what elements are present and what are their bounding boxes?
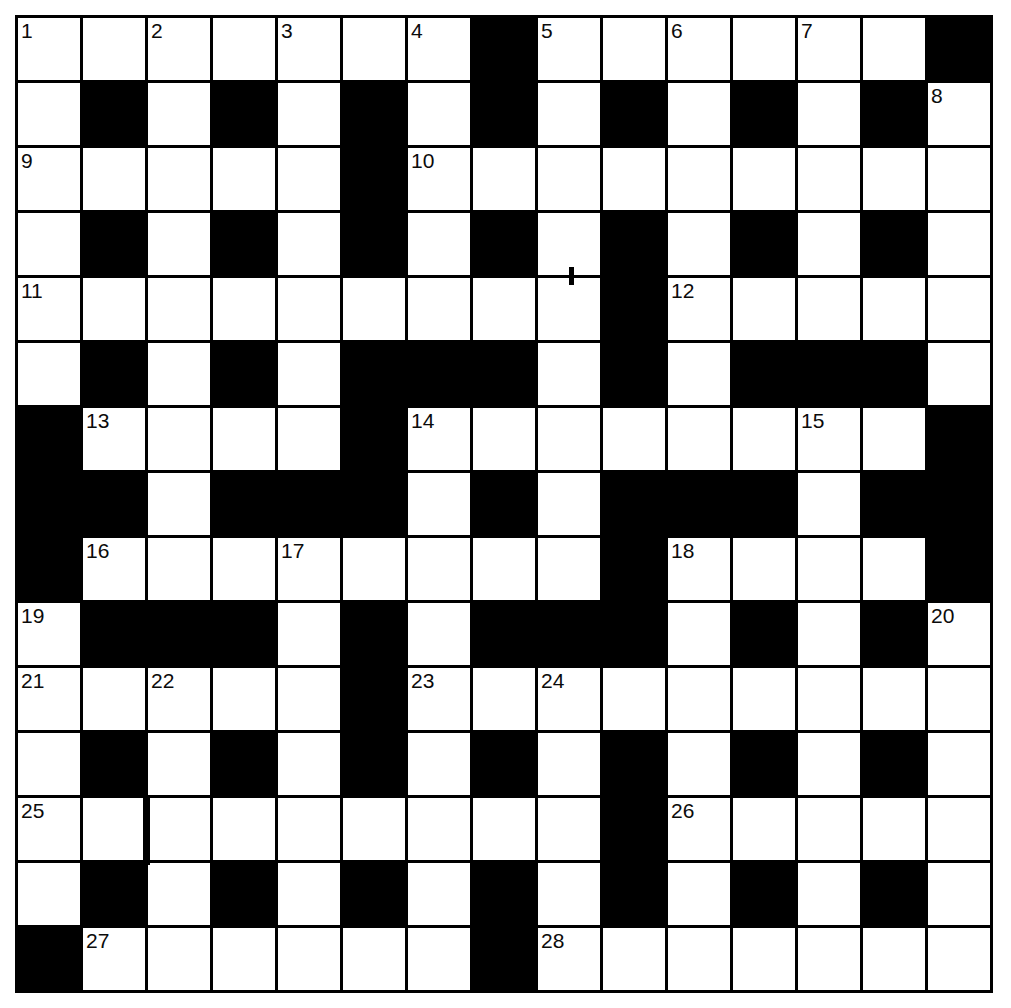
- cell-r13c9[interactable]: [538, 798, 600, 860]
- cell-r14c12: [733, 863, 795, 925]
- cell-r3c8[interactable]: [473, 148, 535, 210]
- cell-r4c7[interactable]: [408, 213, 470, 275]
- cell-r15c15[interactable]: [928, 928, 990, 990]
- cell-r15c2[interactable]: 27: [83, 928, 145, 990]
- cell-r9c10: [603, 538, 665, 600]
- cell-r7c8[interactable]: [473, 408, 535, 470]
- cell-r6c5[interactable]: [278, 343, 340, 405]
- cell-r13c3[interactable]: [148, 798, 210, 860]
- cell-r5c11[interactable]: 12: [668, 278, 730, 340]
- cell-r3c15[interactable]: [928, 148, 990, 210]
- cell-r10c11[interactable]: [668, 603, 730, 665]
- clue-number-15: 15: [798, 408, 860, 431]
- cell-r14c4: [213, 863, 275, 925]
- cell-r4c12: [733, 213, 795, 275]
- cell-r7c12[interactable]: [733, 408, 795, 470]
- cell-r9c1: [18, 538, 80, 600]
- cell-r11c15[interactable]: [928, 668, 990, 730]
- cell-r12c13[interactable]: [798, 733, 860, 795]
- cell-r8c4: [213, 473, 275, 535]
- cell-r10c12: [733, 603, 795, 665]
- cell-r1c15: [928, 18, 990, 80]
- cell-r10c8: [473, 603, 535, 665]
- cell-r14c3[interactable]: [148, 863, 210, 925]
- cell-r8c12: [733, 473, 795, 535]
- cell-r5c2[interactable]: [83, 278, 145, 340]
- cell-r5c12[interactable]: [733, 278, 795, 340]
- cell-r13c1[interactable]: 25: [18, 798, 80, 860]
- cell-r4c10: [603, 213, 665, 275]
- cell-r2c7[interactable]: [408, 83, 470, 145]
- thick-border-mark: [143, 796, 150, 865]
- cell-r1c13[interactable]: 7: [798, 18, 860, 80]
- clue-number-1: 1: [18, 18, 80, 41]
- cell-r5c10: [603, 278, 665, 340]
- cell-r9c8[interactable]: [473, 538, 535, 600]
- cell-r10c10: [603, 603, 665, 665]
- cell-r15c9[interactable]: 28: [538, 928, 600, 990]
- cell-r8c14: [863, 473, 925, 535]
- cell-r10c2: [83, 603, 145, 665]
- cell-r6c4: [213, 343, 275, 405]
- cell-r8c9[interactable]: [538, 473, 600, 535]
- cell-r12c3[interactable]: [148, 733, 210, 795]
- clue-number-24: 24: [538, 668, 600, 691]
- cell-r3c4[interactable]: [213, 148, 275, 210]
- cell-r1c2[interactable]: [83, 18, 145, 80]
- clue-number-3: 3: [278, 18, 340, 41]
- cell-r6c3[interactable]: [148, 343, 210, 405]
- cell-r4c6: [343, 213, 405, 275]
- clue-number-26: 26: [668, 798, 730, 821]
- cell-r9c3[interactable]: [148, 538, 210, 600]
- cell-r12c11[interactable]: [668, 733, 730, 795]
- cell-r1c1[interactable]: 1: [18, 18, 80, 80]
- cell-r14c7[interactable]: [408, 863, 470, 925]
- cell-r1c9[interactable]: 5: [538, 18, 600, 80]
- cell-r9c13[interactable]: [798, 538, 860, 600]
- cell-r13c11[interactable]: 26: [668, 798, 730, 860]
- cell-r2c12: [733, 83, 795, 145]
- cell-r11c5[interactable]: [278, 668, 340, 730]
- cell-r11c14[interactable]: [863, 668, 925, 730]
- cell-r6c13: [798, 343, 860, 405]
- cell-r10c3: [148, 603, 210, 665]
- cell-r8c3[interactable]: [148, 473, 210, 535]
- cell-r8c5: [278, 473, 340, 535]
- cell-r2c5[interactable]: [278, 83, 340, 145]
- cell-r10c7[interactable]: [408, 603, 470, 665]
- cell-r14c13[interactable]: [798, 863, 860, 925]
- clue-number-11: 11: [18, 278, 80, 301]
- cell-r8c13[interactable]: [798, 473, 860, 535]
- cell-r5c1[interactable]: 11: [18, 278, 80, 340]
- cell-r2c13[interactable]: [798, 83, 860, 145]
- cell-r2c11[interactable]: [668, 83, 730, 145]
- cell-r8c1: [18, 473, 80, 535]
- cell-r4c3[interactable]: [148, 213, 210, 275]
- cell-r3c13[interactable]: [798, 148, 860, 210]
- cell-r11c9[interactable]: 24: [538, 668, 600, 730]
- cell-r12c15[interactable]: [928, 733, 990, 795]
- cell-r13c2[interactable]: [83, 798, 145, 860]
- cell-r4c4: [213, 213, 275, 275]
- cell-r13c13[interactable]: [798, 798, 860, 860]
- cell-r6c15[interactable]: [928, 343, 990, 405]
- clue-number-17: 17: [278, 538, 340, 561]
- cell-r13c12[interactable]: [733, 798, 795, 860]
- clue-number-19: 19: [18, 603, 80, 626]
- clue-number-5: 5: [538, 18, 600, 41]
- cell-r13c4[interactable]: [213, 798, 275, 860]
- cell-r6c8: [473, 343, 535, 405]
- cell-r15c11[interactable]: [668, 928, 730, 990]
- cell-r10c15[interactable]: 20: [928, 603, 990, 665]
- cell-r14c5[interactable]: [278, 863, 340, 925]
- cell-r1c3[interactable]: 2: [148, 18, 210, 80]
- cell-r2c10: [603, 83, 665, 145]
- cell-r12c7[interactable]: [408, 733, 470, 795]
- cell-r7c10[interactable]: [603, 408, 665, 470]
- cell-r5c14[interactable]: [863, 278, 925, 340]
- cell-r12c10: [603, 733, 665, 795]
- cell-r3c10[interactable]: [603, 148, 665, 210]
- clue-number-9: 9: [18, 148, 80, 171]
- cell-r5c7[interactable]: [408, 278, 470, 340]
- cell-r5c15[interactable]: [928, 278, 990, 340]
- cell-r4c15[interactable]: [928, 213, 990, 275]
- cell-r14c8: [473, 863, 535, 925]
- cell-r13c15[interactable]: [928, 798, 990, 860]
- cell-r12c2: [83, 733, 145, 795]
- cell-r5c6[interactable]: [343, 278, 405, 340]
- cell-r11c7[interactable]: 23: [408, 668, 470, 730]
- cell-r8c11: [668, 473, 730, 535]
- cell-r12c8: [473, 733, 535, 795]
- cell-r7c3[interactable]: [148, 408, 210, 470]
- cell-r11c6: [343, 668, 405, 730]
- cell-r10c9: [538, 603, 600, 665]
- cell-r13c5[interactable]: [278, 798, 340, 860]
- cell-r2c8: [473, 83, 535, 145]
- cell-r10c4: [213, 603, 275, 665]
- cell-r14c1[interactable]: [18, 863, 80, 925]
- cell-r7c5[interactable]: [278, 408, 340, 470]
- cell-r15c3[interactable]: [148, 928, 210, 990]
- cell-r1c7[interactable]: 4: [408, 18, 470, 80]
- cell-r12c1[interactable]: [18, 733, 80, 795]
- cell-r6c11[interactable]: [668, 343, 730, 405]
- cell-r3c9[interactable]: [538, 148, 600, 210]
- cell-r3c3[interactable]: [148, 148, 210, 210]
- cell-r4c9[interactable]: [538, 213, 600, 275]
- cell-r11c10[interactable]: [603, 668, 665, 730]
- cell-r11c2[interactable]: [83, 668, 145, 730]
- cell-r6c6: [343, 343, 405, 405]
- cell-r3c7[interactable]: 10: [408, 148, 470, 210]
- cell-r10c1[interactable]: 19: [18, 603, 80, 665]
- clue-number-16: 16: [83, 538, 145, 561]
- cell-r13c6[interactable]: [343, 798, 405, 860]
- cell-r14c10: [603, 863, 665, 925]
- cell-r3c12[interactable]: [733, 148, 795, 210]
- clue-number-10: 10: [408, 148, 470, 171]
- cell-r15c13[interactable]: [798, 928, 860, 990]
- cell-r7c4[interactable]: [213, 408, 275, 470]
- clue-number-27: 27: [83, 928, 145, 951]
- clue-number-12: 12: [668, 278, 730, 301]
- cell-r7c11[interactable]: [668, 408, 730, 470]
- clue-number-23: 23: [408, 668, 470, 691]
- cell-r7c15: [928, 408, 990, 470]
- cell-r14c14: [863, 863, 925, 925]
- cell-r11c11[interactable]: [668, 668, 730, 730]
- clue-number-21: 21: [18, 668, 80, 691]
- cell-r14c9[interactable]: [538, 863, 600, 925]
- cell-r5c5[interactable]: [278, 278, 340, 340]
- cell-r3c14[interactable]: [863, 148, 925, 210]
- clue-number-4: 4: [408, 18, 470, 41]
- cell-r11c1[interactable]: 21: [18, 668, 80, 730]
- cell-r2c9[interactable]: [538, 83, 600, 145]
- cell-r2c2: [83, 83, 145, 145]
- cell-r7c2[interactable]: 13: [83, 408, 145, 470]
- cell-r15c1: [18, 928, 80, 990]
- cell-r11c13[interactable]: [798, 668, 860, 730]
- cell-r4c14: [863, 213, 925, 275]
- cell-r4c5[interactable]: [278, 213, 340, 275]
- cell-r11c12[interactable]: [733, 668, 795, 730]
- cell-r7c9[interactable]: [538, 408, 600, 470]
- clue-number-14: 14: [408, 408, 470, 431]
- cell-r15c4[interactable]: [213, 928, 275, 990]
- cursor-tick-mark: [569, 267, 574, 285]
- clue-number-20: 20: [928, 603, 990, 626]
- cell-r6c7: [408, 343, 470, 405]
- cell-r5c8[interactable]: [473, 278, 535, 340]
- cell-r5c4[interactable]: [213, 278, 275, 340]
- cell-r14c2: [83, 863, 145, 925]
- cell-r15c14[interactable]: [863, 928, 925, 990]
- cell-r1c5[interactable]: 3: [278, 18, 340, 80]
- cell-r4c1[interactable]: [18, 213, 80, 275]
- cell-r7c1: [18, 408, 80, 470]
- cell-r15c12[interactable]: [733, 928, 795, 990]
- cell-r11c3[interactable]: 22: [148, 668, 210, 730]
- cell-r1c4[interactable]: [213, 18, 275, 80]
- cell-r3c5[interactable]: [278, 148, 340, 210]
- cell-r3c11[interactable]: [668, 148, 730, 210]
- cell-r1c8: [473, 18, 535, 80]
- cell-r13c14[interactable]: [863, 798, 925, 860]
- cell-r14c15[interactable]: [928, 863, 990, 925]
- cell-r1c12[interactable]: [733, 18, 795, 80]
- cell-r8c2: [83, 473, 145, 535]
- cell-r2c6: [343, 83, 405, 145]
- cell-r6c12: [733, 343, 795, 405]
- cell-r15c7[interactable]: [408, 928, 470, 990]
- cell-r5c9[interactable]: [538, 278, 600, 340]
- clue-number-8: 8: [928, 83, 990, 106]
- cell-r5c13[interactable]: [798, 278, 860, 340]
- cell-r9c14[interactable]: [863, 538, 925, 600]
- cell-r8c10: [603, 473, 665, 535]
- cell-r11c8[interactable]: [473, 668, 535, 730]
- cell-r12c4: [213, 733, 275, 795]
- cell-r13c10: [603, 798, 665, 860]
- cell-r12c9[interactable]: [538, 733, 600, 795]
- cell-r7c6: [343, 408, 405, 470]
- cell-r6c9[interactable]: [538, 343, 600, 405]
- clue-number-28: 28: [538, 928, 600, 951]
- cell-r15c8: [473, 928, 535, 990]
- cell-r8c15: [928, 473, 990, 535]
- cell-r14c11[interactable]: [668, 863, 730, 925]
- clue-number-6: 6: [668, 18, 730, 41]
- cell-r2c15[interactable]: 8: [928, 83, 990, 145]
- cell-r15c6[interactable]: [343, 928, 405, 990]
- cell-r15c10[interactable]: [603, 928, 665, 990]
- cell-r7c14[interactable]: [863, 408, 925, 470]
- crossword-grid: 1234567891011121314151617181920212223242…: [15, 15, 993, 993]
- cell-r9c5[interactable]: 17: [278, 538, 340, 600]
- cell-r8c6: [343, 473, 405, 535]
- cell-r12c14: [863, 733, 925, 795]
- cell-r8c8: [473, 473, 535, 535]
- cell-r6c1[interactable]: [18, 343, 80, 405]
- cell-r6c14: [863, 343, 925, 405]
- cell-r9c11[interactable]: 18: [668, 538, 730, 600]
- cell-r4c8: [473, 213, 535, 275]
- cell-r9c9[interactable]: [538, 538, 600, 600]
- clue-number-18: 18: [668, 538, 730, 561]
- cell-r12c6: [343, 733, 405, 795]
- cell-r9c6[interactable]: [343, 538, 405, 600]
- cell-r7c13[interactable]: 15: [798, 408, 860, 470]
- cell-r4c2: [83, 213, 145, 275]
- cell-r6c10: [603, 343, 665, 405]
- cell-r3c6: [343, 148, 405, 210]
- cell-r10c14: [863, 603, 925, 665]
- cell-r12c12: [733, 733, 795, 795]
- cell-r9c12[interactable]: [733, 538, 795, 600]
- cell-r1c11[interactable]: 6: [668, 18, 730, 80]
- clue-number-25: 25: [18, 798, 80, 821]
- cell-r11c4[interactable]: [213, 668, 275, 730]
- clue-number-13: 13: [83, 408, 145, 431]
- cell-r1c10[interactable]: [603, 18, 665, 80]
- cell-r2c3[interactable]: [148, 83, 210, 145]
- clue-number-7: 7: [798, 18, 860, 41]
- cell-r6c2: [83, 343, 145, 405]
- cell-r2c4: [213, 83, 275, 145]
- cell-r10c6: [343, 603, 405, 665]
- cell-r3c2[interactable]: [83, 148, 145, 210]
- cell-r15c5[interactable]: [278, 928, 340, 990]
- cell-r3c1[interactable]: 9: [18, 148, 80, 210]
- cell-r4c13[interactable]: [798, 213, 860, 275]
- cell-r10c5[interactable]: [278, 603, 340, 665]
- cell-r9c2[interactable]: 16: [83, 538, 145, 600]
- cell-r14c6: [343, 863, 405, 925]
- clue-number-2: 2: [148, 18, 210, 41]
- cell-r10c13[interactable]: [798, 603, 860, 665]
- cell-r4c11[interactable]: [668, 213, 730, 275]
- cell-r8c7[interactable]: [408, 473, 470, 535]
- cell-r7c7[interactable]: 14: [408, 408, 470, 470]
- cell-r13c8[interactable]: [473, 798, 535, 860]
- cell-r9c7[interactable]: [408, 538, 470, 600]
- cell-r5c3[interactable]: [148, 278, 210, 340]
- cell-r13c7[interactable]: [408, 798, 470, 860]
- cell-r2c14: [863, 83, 925, 145]
- clue-number-22: 22: [148, 668, 210, 691]
- cell-r1c14[interactable]: [863, 18, 925, 80]
- cell-r1c6[interactable]: [343, 18, 405, 80]
- cell-r12c5[interactable]: [278, 733, 340, 795]
- cell-r2c1[interactable]: [18, 83, 80, 145]
- cell-r9c4[interactable]: [213, 538, 275, 600]
- cell-r9c15: [928, 538, 990, 600]
